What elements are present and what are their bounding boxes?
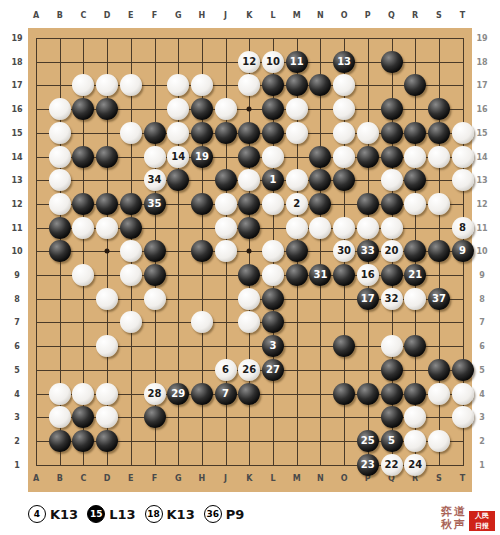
stone-white-R2 — [404, 430, 426, 452]
stone-black-R17 — [404, 74, 426, 96]
stone-white-R14 — [404, 146, 426, 168]
coord-number-right-12: 12 — [476, 199, 487, 208]
stone-white-M11 — [286, 217, 308, 239]
stone-black-D16 — [96, 98, 118, 120]
stone-black-M18: 11 — [286, 51, 308, 73]
stone-white-T3 — [452, 406, 474, 428]
coord-letter-bottom-O: O — [341, 474, 348, 483]
coord-letter-top-E: E — [128, 11, 133, 20]
stone-white-E7 — [120, 311, 142, 333]
coord-number-left-16: 16 — [11, 105, 22, 114]
stone-white-J16 — [215, 98, 237, 120]
coord-number-right-13: 13 — [476, 176, 487, 185]
stone-white-L12 — [262, 193, 284, 215]
stone-white-P15 — [357, 122, 379, 144]
stone-black-R4 — [404, 383, 426, 405]
move-number: 27 — [266, 365, 280, 375]
coord-number-left-9: 9 — [14, 271, 20, 280]
coord-letter-bottom-C: C — [80, 474, 86, 483]
stone-black-T10: 9 — [452, 240, 474, 262]
stone-white-P9: 16 — [357, 264, 379, 286]
move-number: 3 — [270, 341, 277, 351]
star-point-K10 — [247, 249, 252, 254]
coord-number-left-10: 10 — [11, 247, 22, 256]
stone-black-F3 — [144, 406, 166, 428]
coord-number-right-11: 11 — [476, 223, 487, 232]
stone-black-C16 — [72, 98, 94, 120]
coord-number-left-4: 4 — [14, 389, 20, 398]
stone-white-K5: 26 — [238, 359, 260, 381]
stone-white-D11 — [96, 217, 118, 239]
stone-black-D12 — [96, 193, 118, 215]
stone-black-R10 — [404, 240, 426, 262]
stone-white-E17 — [120, 74, 142, 96]
coord-number-left-17: 17 — [11, 81, 22, 90]
coord-number-right-16: 16 — [476, 105, 487, 114]
coord-letter-bottom-L: L — [270, 474, 275, 483]
stone-black-N14 — [309, 146, 331, 168]
coord-letter-bottom-N: N — [317, 474, 324, 483]
move-number: 37 — [432, 294, 446, 304]
stone-black-B10 — [49, 240, 71, 262]
stone-black-L8 — [262, 288, 284, 310]
move-number: 6 — [222, 365, 229, 375]
stone-black-J13 — [215, 169, 237, 191]
stone-white-B13 — [49, 169, 71, 191]
stone-black-N17 — [309, 74, 331, 96]
stone-white-B3 — [49, 406, 71, 428]
move-number: 13 — [337, 57, 351, 67]
stone-black-P2: 25 — [357, 430, 379, 452]
stone-white-B4 — [49, 383, 71, 405]
annotation-point: K13 — [50, 507, 78, 522]
coord-number-left-12: 12 — [11, 199, 22, 208]
coord-letter-top-N: N — [317, 11, 324, 20]
stone-white-B12 — [49, 193, 71, 215]
watermark: 弈道秋声 人民日报 — [440, 505, 495, 531]
stone-white-K8 — [238, 288, 260, 310]
annotation-move-circle: 36 — [204, 505, 222, 523]
move-number: 11 — [290, 57, 304, 67]
stone-black-P8: 17 — [357, 288, 379, 310]
stone-black-K11 — [238, 217, 260, 239]
stone-black-F12: 35 — [144, 193, 166, 215]
coord-letter-bottom-J: J — [224, 474, 227, 483]
move-number: 31 — [313, 270, 327, 280]
stone-black-S15 — [428, 122, 450, 144]
coord-letter-top-D: D — [104, 11, 111, 20]
coord-number-right-1: 1 — [479, 460, 485, 469]
coord-letter-top-K: K — [246, 11, 252, 20]
stone-white-C17 — [72, 74, 94, 96]
stone-white-D4 — [96, 383, 118, 405]
watermark-char: 道 — [453, 505, 466, 518]
coord-number-left-15: 15 — [11, 128, 22, 137]
stone-black-Q16 — [381, 98, 403, 120]
stone-black-Q12 — [381, 193, 403, 215]
coord-number-left-14: 14 — [11, 152, 22, 161]
move-number: 19 — [195, 152, 209, 162]
stone-black-H12 — [191, 193, 213, 215]
stone-black-P1: 23 — [357, 454, 379, 476]
coord-letter-top-O: O — [341, 11, 348, 20]
annotation-point: K13 — [167, 507, 195, 522]
stone-black-O13 — [333, 169, 355, 191]
coord-number-right-3: 3 — [479, 413, 485, 422]
star-point-D10 — [105, 249, 110, 254]
stone-black-L5: 27 — [262, 359, 284, 381]
stone-white-J10 — [215, 240, 237, 262]
stone-black-K9 — [238, 264, 260, 286]
stone-white-Q8: 32 — [381, 288, 403, 310]
coord-number-right-2: 2 — [479, 436, 485, 445]
stone-white-O16 — [333, 98, 355, 120]
stone-white-R8 — [404, 288, 426, 310]
move-number: 34 — [148, 175, 162, 185]
stone-black-H15 — [191, 122, 213, 144]
annotation-move-circle: 18 — [145, 505, 163, 523]
stone-white-C4 — [72, 383, 94, 405]
coord-letter-bottom-F: F — [152, 474, 157, 483]
stone-white-M16 — [286, 98, 308, 120]
stone-white-J11 — [215, 217, 237, 239]
stone-white-K7 — [238, 311, 260, 333]
coord-number-left-2: 2 — [14, 436, 20, 445]
stone-black-B11 — [49, 217, 71, 239]
stone-white-G16 — [167, 98, 189, 120]
stone-black-L6: 3 — [262, 335, 284, 357]
grid-line-v — [320, 38, 321, 466]
move-number: 21 — [408, 270, 422, 280]
coord-letter-bottom-M: M — [293, 474, 301, 483]
stone-white-O17 — [333, 74, 355, 96]
stone-white-L9 — [262, 264, 284, 286]
stone-black-F15 — [144, 122, 166, 144]
stone-white-B14 — [49, 146, 71, 168]
stone-black-M17 — [286, 74, 308, 96]
stone-black-K12 — [238, 193, 260, 215]
move-number: 8 — [459, 223, 466, 233]
coord-number-left-5: 5 — [14, 365, 20, 374]
move-number: 2 — [293, 199, 300, 209]
move-number: 32 — [385, 294, 399, 304]
stone-white-C11 — [72, 217, 94, 239]
coord-number-left-6: 6 — [14, 342, 20, 351]
stone-white-Q1: 22 — [381, 454, 403, 476]
move-number: 17 — [361, 294, 375, 304]
coord-number-right-9: 9 — [479, 271, 485, 280]
move-number: 20 — [385, 246, 399, 256]
stone-black-F9 — [144, 264, 166, 286]
stone-black-M9 — [286, 264, 308, 286]
stone-white-O15 — [333, 122, 355, 144]
stone-white-F13: 34 — [144, 169, 166, 191]
coord-letter-bottom-E: E — [128, 474, 133, 483]
stone-white-K13 — [238, 169, 260, 191]
stone-black-P10: 33 — [357, 240, 379, 262]
stone-white-T15 — [452, 122, 474, 144]
stone-black-R13 — [404, 169, 426, 191]
stone-white-D8 — [96, 288, 118, 310]
stone-white-E15 — [120, 122, 142, 144]
coord-number-left-7: 7 — [14, 318, 20, 327]
stone-black-J4: 7 — [215, 383, 237, 405]
stone-black-H4 — [191, 383, 213, 405]
stone-black-O6 — [333, 335, 355, 357]
stone-white-T11: 8 — [452, 217, 474, 239]
stone-white-J12 — [215, 193, 237, 215]
stone-white-R12 — [404, 193, 426, 215]
coord-number-right-15: 15 — [476, 128, 487, 137]
stone-white-O10: 30 — [333, 240, 355, 262]
coord-number-left-3: 3 — [14, 413, 20, 422]
stone-black-T5 — [452, 359, 474, 381]
coord-number-left-18: 18 — [11, 57, 22, 66]
stone-white-E9 — [120, 264, 142, 286]
coord-number-right-14: 14 — [476, 152, 487, 161]
coord-letter-top-C: C — [80, 11, 86, 20]
stone-black-H14: 19 — [191, 146, 213, 168]
coord-letter-top-L: L — [270, 11, 275, 20]
stone-black-K14 — [238, 146, 260, 168]
stone-black-M10 — [286, 240, 308, 262]
move-number: 25 — [361, 436, 375, 446]
stone-black-B2 — [49, 430, 71, 452]
stone-white-F14 — [144, 146, 166, 168]
watermark-badge-line: 日报 — [475, 522, 489, 531]
watermark-char: 秋 — [440, 518, 453, 531]
stone-black-Q5 — [381, 359, 403, 381]
stone-white-D17 — [96, 74, 118, 96]
stone-white-B15 — [49, 122, 71, 144]
watermark-text: 弈道秋声 — [440, 505, 466, 531]
stone-white-S14 — [428, 146, 450, 168]
stone-black-C3 — [72, 406, 94, 428]
move-number: 26 — [242, 365, 256, 375]
stone-white-Q6 — [381, 335, 403, 357]
stone-white-Q10: 20 — [381, 240, 403, 262]
coord-letter-bottom-A: A — [33, 474, 39, 483]
move-number: 7 — [222, 389, 229, 399]
stone-white-S12 — [428, 193, 450, 215]
coord-letter-top-M: M — [293, 11, 301, 20]
stone-black-O4 — [333, 383, 355, 405]
stone-black-P12 — [357, 193, 379, 215]
stone-white-N11 — [309, 217, 331, 239]
coord-letter-bottom-G: G — [175, 474, 182, 483]
stone-white-L14 — [262, 146, 284, 168]
coord-number-right-18: 18 — [476, 57, 487, 66]
stone-white-T14 — [452, 146, 474, 168]
move-number: 33 — [361, 246, 375, 256]
stone-white-G14: 14 — [167, 146, 189, 168]
stone-white-K17 — [238, 74, 260, 96]
coord-letter-top-S: S — [436, 11, 442, 20]
coord-letter-top-Q: Q — [388, 11, 395, 20]
stone-black-H10 — [191, 240, 213, 262]
stone-black-F10 — [144, 240, 166, 262]
coord-number-left-19: 19 — [11, 34, 22, 43]
watermark-char: 弈 — [440, 505, 453, 518]
stone-white-F8 — [144, 288, 166, 310]
stone-white-S4 — [428, 383, 450, 405]
stone-white-B16 — [49, 98, 71, 120]
move-number: 16 — [361, 270, 375, 280]
stone-white-O11 — [333, 217, 355, 239]
move-number: 22 — [385, 460, 399, 470]
stone-white-F4: 28 — [144, 383, 166, 405]
annotation-item-move-15: 15L13 — [87, 505, 135, 523]
coord-letter-top-B: B — [57, 11, 63, 20]
coord-number-left-8: 8 — [14, 294, 20, 303]
star-point-K16 — [247, 107, 252, 112]
stone-black-E11 — [120, 217, 142, 239]
stone-black-S16 — [428, 98, 450, 120]
stone-black-N12 — [309, 193, 331, 215]
coord-number-left-13: 13 — [11, 176, 22, 185]
stone-black-G4: 29 — [167, 383, 189, 405]
stone-black-Q3 — [381, 406, 403, 428]
stone-black-Q14 — [381, 146, 403, 168]
stone-black-D14 — [96, 146, 118, 168]
stone-white-E10 — [120, 240, 142, 262]
stone-white-H7 — [191, 311, 213, 333]
move-number: 24 — [408, 460, 422, 470]
annotation-point: P9 — [226, 507, 245, 522]
coord-letter-bottom-K: K — [246, 474, 252, 483]
move-number: 5 — [388, 436, 395, 446]
move-number: 29 — [171, 389, 185, 399]
stone-black-L16 — [262, 98, 284, 120]
coord-letter-top-G: G — [175, 11, 182, 20]
coord-letter-top-A: A — [33, 11, 39, 20]
stone-black-Q18 — [381, 51, 403, 73]
stone-black-H16 — [191, 98, 213, 120]
watermark-badge-line: 人民 — [475, 512, 489, 521]
stone-black-C14 — [72, 146, 94, 168]
stone-white-M12: 2 — [286, 193, 308, 215]
stone-black-L17 — [262, 74, 284, 96]
stone-black-N13 — [309, 169, 331, 191]
stone-black-Q4 — [381, 383, 403, 405]
watermark-char: 声 — [453, 518, 466, 531]
stone-black-S10 — [428, 240, 450, 262]
stone-white-T13 — [452, 169, 474, 191]
coord-letter-top-R: R — [412, 11, 418, 20]
coord-number-right-6: 6 — [479, 342, 485, 351]
coord-number-right-19: 19 — [476, 34, 487, 43]
coord-number-right-10: 10 — [476, 247, 487, 256]
stone-white-M13 — [286, 169, 308, 191]
annotation-item-move-18: 18K13 — [145, 505, 195, 523]
stone-black-C12 — [72, 193, 94, 215]
stone-black-R6 — [404, 335, 426, 357]
stone-white-L10 — [262, 240, 284, 262]
stone-black-O18: 13 — [333, 51, 355, 73]
stone-black-C2 — [72, 430, 94, 452]
stone-black-L7 — [262, 311, 284, 333]
stone-black-D2 — [96, 430, 118, 452]
stone-white-R3 — [404, 406, 426, 428]
stone-black-R15 — [404, 122, 426, 144]
stone-white-J5: 6 — [215, 359, 237, 381]
move-number: 12 — [242, 57, 256, 67]
stone-black-J15 — [215, 122, 237, 144]
go-diagram: AABBCCDDEEFFGGHHJJKKLLMMNNOOPPQQRRSSTT19… — [0, 0, 500, 535]
coord-letter-top-F: F — [152, 11, 157, 20]
coord-number-right-8: 8 — [479, 294, 485, 303]
stone-white-T4 — [452, 383, 474, 405]
annotation-item-move-4: 4K13 — [28, 505, 78, 523]
stone-white-L18: 10 — [262, 51, 284, 73]
stone-white-S2 — [428, 430, 450, 452]
stone-black-S5 — [428, 359, 450, 381]
stone-black-G13 — [167, 169, 189, 191]
annotation-item-move-36: 36P9 — [204, 505, 245, 523]
stone-black-N9: 31 — [309, 264, 331, 286]
stone-white-O14 — [333, 146, 355, 168]
coord-letter-bottom-B: B — [57, 474, 63, 483]
coord-number-right-5: 5 — [479, 365, 485, 374]
move-annotation-bar: 4K1315L1318K1336P9 — [28, 503, 244, 525]
move-number: 1 — [270, 175, 277, 185]
coord-letter-bottom-S: S — [436, 474, 442, 483]
move-number: 30 — [337, 246, 351, 256]
stone-white-Q13 — [381, 169, 403, 191]
move-number: 10 — [266, 57, 280, 67]
coord-letter-bottom-H: H — [199, 474, 206, 483]
stone-white-D6 — [96, 335, 118, 357]
stone-black-K4 — [238, 383, 260, 405]
move-number: 14 — [171, 152, 185, 162]
coord-letter-bottom-D: D — [104, 474, 111, 483]
coord-letter-top-J: J — [224, 11, 227, 20]
coord-letter-top-P: P — [365, 11, 371, 20]
coord-letter-top-H: H — [199, 11, 206, 20]
annotation-point: L13 — [109, 507, 135, 522]
watermark-badge: 人民日报 — [469, 511, 495, 531]
stone-white-Q11 — [381, 217, 403, 239]
move-number: 9 — [459, 246, 466, 256]
coord-number-right-4: 4 — [479, 389, 485, 398]
stone-black-P14 — [357, 146, 379, 168]
coord-number-right-7: 7 — [479, 318, 485, 327]
stone-white-G17 — [167, 74, 189, 96]
coord-letter-top-T: T — [460, 11, 465, 20]
stone-white-R1: 24 — [404, 454, 426, 476]
stone-black-O9 — [333, 264, 355, 286]
move-number: 28 — [148, 389, 162, 399]
stone-black-Q2: 5 — [381, 430, 403, 452]
stone-white-H17 — [191, 74, 213, 96]
stone-black-K15 — [238, 122, 260, 144]
move-number: 23 — [361, 460, 375, 470]
stone-black-Q15 — [381, 122, 403, 144]
stone-black-L15 — [262, 122, 284, 144]
move-number: 35 — [148, 199, 162, 209]
stone-white-M15 — [286, 122, 308, 144]
stone-black-E12 — [120, 193, 142, 215]
stone-black-S8: 37 — [428, 288, 450, 310]
coord-letter-bottom-T: T — [460, 474, 465, 483]
stone-white-P11 — [357, 217, 379, 239]
coord-number-left-11: 11 — [11, 223, 22, 232]
stone-black-P4 — [357, 383, 379, 405]
stone-black-R9: 21 — [404, 264, 426, 286]
stone-white-K18: 12 — [238, 51, 260, 73]
stone-black-Q9 — [381, 264, 403, 286]
stone-black-L13: 1 — [262, 169, 284, 191]
